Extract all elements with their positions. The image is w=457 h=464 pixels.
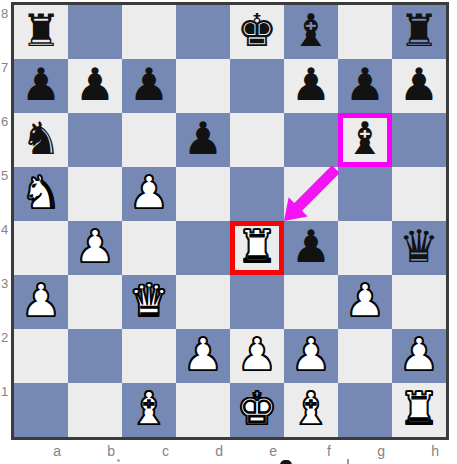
piece-white-pawn-b4[interactable]: ♟ — [68, 221, 122, 275]
piece-white-bishop-f1[interactable]: ♝ — [284, 383, 338, 437]
piece-black-king-e8[interactable]: ♚ — [230, 5, 284, 59]
piece-black-pawn-b7[interactable]: ♟ — [68, 59, 122, 113]
piece-black-pawn-g7[interactable]: ♟ — [338, 59, 392, 113]
square-a2[interactable] — [14, 329, 68, 383]
piece-white-pawn-d2[interactable]: ♟ — [176, 329, 230, 383]
rank-label-4: 4 — [1, 223, 10, 239]
piece-white-rook-h1[interactable]: ♜ — [392, 383, 446, 437]
square-f2[interactable]: ♟ — [284, 329, 338, 383]
square-b7[interactable]: ♟ — [68, 59, 122, 113]
piece-black-pawn-d6[interactable]: ♟ — [176, 113, 230, 167]
piece-white-king-e1[interactable]: ♚ — [230, 383, 284, 437]
square-h5[interactable] — [392, 167, 446, 221]
square-g8[interactable] — [338, 5, 392, 59]
square-e8[interactable]: ♚ — [230, 5, 284, 59]
piece-white-pawn-h2[interactable]: ♟ — [392, 329, 446, 383]
square-f3[interactable] — [284, 275, 338, 329]
square-a8[interactable]: ♜ — [14, 5, 68, 59]
piece-white-rook-e4[interactable]: ♜ — [230, 221, 284, 275]
rank-label-6: 6 — [1, 115, 10, 131]
square-a1[interactable] — [14, 383, 68, 437]
piece-black-bishop-f8[interactable]: ♝ — [284, 5, 338, 59]
square-c8[interactable] — [122, 5, 176, 59]
square-c6[interactable] — [122, 113, 176, 167]
rank-label-8: 8 — [1, 7, 10, 23]
square-g1[interactable] — [338, 383, 392, 437]
piece-black-pawn-c7[interactable]: ♟ — [122, 59, 176, 113]
square-f1[interactable]: ♝ — [284, 383, 338, 437]
square-g3[interactable]: ♟ — [338, 275, 392, 329]
square-g7[interactable]: ♟ — [338, 59, 392, 113]
square-b8[interactable] — [68, 5, 122, 59]
square-d1[interactable] — [176, 383, 230, 437]
piece-white-pawn-f2[interactable]: ♟ — [284, 329, 338, 383]
square-h2[interactable]: ♟ — [392, 329, 446, 383]
square-e4[interactable]: ♜ — [230, 221, 284, 275]
square-h7[interactable]: ♟ — [392, 59, 446, 113]
square-d6[interactable]: ♟ — [176, 113, 230, 167]
square-e6[interactable] — [230, 113, 284, 167]
file-label-a: a — [14, 443, 68, 461]
file-label-d: d — [176, 443, 230, 461]
square-h1[interactable]: ♜ — [392, 383, 446, 437]
cutoff-artifact — [280, 460, 292, 464]
square-c5[interactable]: ♟ — [122, 167, 176, 221]
square-g6[interactable]: ♝ — [338, 113, 392, 167]
square-a5[interactable]: ♞ — [14, 167, 68, 221]
board-grid: ♜♚♝♜♟♟♟♟♟♟♞♟♝♞♟♟♜♟♛♟♛♟♟♟♟♟♝♚♝♜ — [14, 5, 446, 437]
rank-label-7: 7 — [1, 61, 10, 77]
piece-black-bishop-g6[interactable]: ♝ — [338, 113, 392, 167]
piece-white-pawn-c5[interactable]: ♟ — [122, 167, 176, 221]
square-d5[interactable] — [176, 167, 230, 221]
square-e5[interactable] — [230, 167, 284, 221]
piece-black-rook-a8[interactable]: ♜ — [14, 5, 68, 59]
square-d8[interactable] — [176, 5, 230, 59]
file-label-c: c — [122, 443, 176, 461]
square-h8[interactable]: ♜ — [392, 5, 446, 59]
square-b5[interactable] — [68, 167, 122, 221]
square-a3[interactable]: ♟ — [14, 275, 68, 329]
square-c1[interactable]: ♝ — [122, 383, 176, 437]
square-a7[interactable]: ♟ — [14, 59, 68, 113]
square-f4[interactable]: ♟ — [284, 221, 338, 275]
rank-label-3: 3 — [1, 277, 10, 293]
square-b2[interactable] — [68, 329, 122, 383]
chess-diagram: 87654321 ♜♚♝♜♟♟♟♟♟♟♞♟♝♞♟♟♜♟♛♟♛♟♟♟♟♟♝♚♝♜ … — [0, 0, 457, 464]
piece-black-pawn-f7[interactable]: ♟ — [284, 59, 338, 113]
square-b1[interactable] — [68, 383, 122, 437]
square-e2[interactable]: ♟ — [230, 329, 284, 383]
square-c3[interactable]: ♛ — [122, 275, 176, 329]
file-label-h: h — [392, 443, 446, 461]
piece-white-pawn-e2[interactable]: ♟ — [230, 329, 284, 383]
piece-white-pawn-g3[interactable]: ♟ — [338, 275, 392, 329]
piece-white-bishop-c1[interactable]: ♝ — [122, 383, 176, 437]
rank-label-2: 2 — [1, 331, 10, 347]
square-f6[interactable] — [284, 113, 338, 167]
square-c2[interactable] — [122, 329, 176, 383]
cutoff-artifact — [347, 459, 349, 464]
square-h4[interactable]: ♛ — [392, 221, 446, 275]
piece-black-pawn-f4[interactable]: ♟ — [284, 221, 338, 275]
square-e7[interactable] — [230, 59, 284, 113]
square-c7[interactable]: ♟ — [122, 59, 176, 113]
square-h3[interactable] — [392, 275, 446, 329]
chess-board: ♜♚♝♜♟♟♟♟♟♟♞♟♝♞♟♟♜♟♛♟♛♟♟♟♟♟♝♚♝♜ — [11, 2, 449, 440]
square-h6[interactable] — [392, 113, 446, 167]
rank-label-1: 1 — [1, 385, 10, 401]
piece-black-pawn-a7[interactable]: ♟ — [14, 59, 68, 113]
square-a6[interactable]: ♞ — [14, 113, 68, 167]
square-f7[interactable]: ♟ — [284, 59, 338, 113]
piece-white-queen-c3[interactable]: ♛ — [122, 275, 176, 329]
piece-white-pawn-a3[interactable]: ♟ — [14, 275, 68, 329]
rank-label-5: 5 — [1, 169, 10, 185]
square-e1[interactable]: ♚ — [230, 383, 284, 437]
piece-black-pawn-h7[interactable]: ♟ — [392, 59, 446, 113]
square-b4[interactable]: ♟ — [68, 221, 122, 275]
square-g4[interactable] — [338, 221, 392, 275]
square-g5[interactable] — [338, 167, 392, 221]
square-e3[interactable] — [230, 275, 284, 329]
cutoff-artifact — [117, 459, 120, 462]
piece-white-knight-a5[interactable]: ♞ — [14, 167, 68, 221]
square-d3[interactable] — [176, 275, 230, 329]
square-f8[interactable]: ♝ — [284, 5, 338, 59]
square-a4[interactable] — [14, 221, 68, 275]
piece-black-rook-h8[interactable]: ♜ — [392, 5, 446, 59]
square-d2[interactable]: ♟ — [176, 329, 230, 383]
square-b6[interactable] — [68, 113, 122, 167]
piece-black-knight-a6[interactable]: ♞ — [14, 113, 68, 167]
square-b3[interactable] — [68, 275, 122, 329]
square-d7[interactable] — [176, 59, 230, 113]
file-label-b: b — [68, 443, 122, 461]
file-label-e: e — [230, 443, 284, 461]
piece-black-queen-h4[interactable]: ♛ — [392, 221, 446, 275]
file-label-f: f — [284, 443, 338, 461]
square-d4[interactable] — [176, 221, 230, 275]
square-f5[interactable] — [284, 167, 338, 221]
square-g2[interactable] — [338, 329, 392, 383]
square-c4[interactable] — [122, 221, 176, 275]
